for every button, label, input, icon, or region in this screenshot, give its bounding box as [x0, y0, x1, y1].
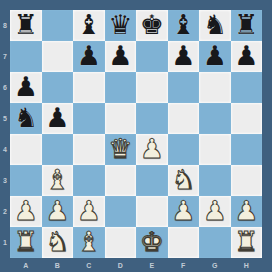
square-h6[interactable]	[231, 72, 263, 103]
square-d8[interactable]: ♛	[105, 10, 137, 41]
square-a1[interactable]: ♜	[10, 227, 42, 258]
square-f1[interactable]	[168, 227, 200, 258]
square-c8[interactable]: ♝	[73, 10, 105, 41]
square-e5[interactable]	[136, 103, 168, 134]
square-b6[interactable]	[42, 72, 74, 103]
square-f6[interactable]	[168, 72, 200, 103]
square-h7[interactable]: ♟	[231, 41, 263, 72]
square-d3[interactable]	[105, 165, 137, 196]
square-c4[interactable]	[73, 134, 105, 165]
white-rook[interactable]: ♜	[14, 226, 38, 257]
white-knight[interactable]: ♞	[45, 226, 69, 257]
square-h5[interactable]	[231, 103, 263, 134]
square-f2[interactable]: ♟	[168, 196, 200, 227]
black-rook[interactable]: ♜	[234, 9, 258, 40]
square-g2[interactable]: ♟	[199, 196, 231, 227]
square-h4[interactable]	[231, 134, 263, 165]
file-label-c: C	[73, 258, 105, 272]
black-pawn[interactable]: ♟	[14, 71, 38, 102]
rank-label-6: 6	[0, 72, 10, 103]
square-a2[interactable]: ♟	[10, 196, 42, 227]
file-label-f: F	[168, 258, 200, 272]
square-h2[interactable]: ♟	[231, 196, 263, 227]
rank-label-7: 7	[0, 41, 10, 72]
white-queen[interactable]: ♛	[108, 133, 132, 164]
square-c5[interactable]	[73, 103, 105, 134]
square-e4[interactable]: ♟	[136, 134, 168, 165]
black-pawn[interactable]: ♟	[171, 40, 195, 71]
square-e1[interactable]: ♚	[136, 227, 168, 258]
white-pawn[interactable]: ♟	[203, 195, 227, 226]
square-f3[interactable]: ♞	[168, 165, 200, 196]
rank-label-8: 8	[0, 10, 10, 41]
square-f4[interactable]	[168, 134, 200, 165]
square-f8[interactable]: ♝	[168, 10, 200, 41]
square-a7[interactable]	[10, 41, 42, 72]
square-b1[interactable]: ♞	[42, 227, 74, 258]
file-label-d: D	[105, 258, 137, 272]
square-h3[interactable]	[231, 165, 263, 196]
square-g1[interactable]	[199, 227, 231, 258]
square-c3[interactable]	[73, 165, 105, 196]
black-pawn[interactable]: ♟	[108, 40, 132, 71]
white-pawn[interactable]: ♟	[77, 195, 101, 226]
square-g4[interactable]	[199, 134, 231, 165]
white-bishop[interactable]: ♝	[77, 226, 101, 257]
square-e8[interactable]: ♚	[136, 10, 168, 41]
file-label-g: G	[199, 258, 231, 272]
file-label-e: E	[136, 258, 168, 272]
square-b7[interactable]	[42, 41, 74, 72]
white-pawn[interactable]: ♟	[234, 195, 258, 226]
square-d2[interactable]	[105, 196, 137, 227]
white-pawn[interactable]: ♟	[171, 195, 195, 226]
black-bishop[interactable]: ♝	[77, 9, 101, 40]
black-pawn[interactable]: ♟	[77, 40, 101, 71]
black-knight[interactable]: ♞	[203, 9, 227, 40]
square-d4[interactable]: ♛	[105, 134, 137, 165]
square-h8[interactable]: ♜	[231, 10, 263, 41]
black-knight[interactable]: ♞	[14, 102, 38, 133]
square-b5[interactable]: ♟	[42, 103, 74, 134]
square-c7[interactable]: ♟	[73, 41, 105, 72]
square-f5[interactable]	[168, 103, 200, 134]
square-e2[interactable]	[136, 196, 168, 227]
white-pawn[interactable]: ♟	[14, 195, 38, 226]
square-d1[interactable]	[105, 227, 137, 258]
white-pawn[interactable]: ♟	[45, 195, 69, 226]
rank-label-4: 4	[0, 134, 10, 165]
black-bishop[interactable]: ♝	[171, 9, 195, 40]
square-g7[interactable]: ♟	[199, 41, 231, 72]
white-rook[interactable]: ♜	[234, 226, 258, 257]
square-e3[interactable]	[136, 165, 168, 196]
square-a8[interactable]: ♜	[10, 10, 42, 41]
square-a3[interactable]	[10, 165, 42, 196]
black-rook[interactable]: ♜	[14, 9, 38, 40]
square-g3[interactable]	[199, 165, 231, 196]
black-pawn[interactable]: ♟	[234, 40, 258, 71]
square-e6[interactable]	[136, 72, 168, 103]
square-b2[interactable]: ♟	[42, 196, 74, 227]
file-label-a: A	[10, 258, 42, 272]
square-d5[interactable]	[105, 103, 137, 134]
rank-label-5: 5	[0, 103, 10, 134]
square-g5[interactable]	[199, 103, 231, 134]
white-knight[interactable]: ♞	[171, 164, 195, 195]
rank-label-3: 3	[0, 165, 10, 196]
chess-board: ♜♝♛♚♝♞♜♟♟♟♟♟♟♞♟♛♟♝♞♟♟♟♟♟♟♜♞♝♚♜	[10, 10, 262, 258]
square-d7[interactable]: ♟	[105, 41, 137, 72]
file-label-h: H	[231, 258, 263, 272]
chess-board-panel: ♜♝♛♚♝♞♜♟♟♟♟♟♟♞♟♛♟♝♞♟♟♟♟♟♟♜♞♝♚♜ 87654321 …	[0, 0, 272, 272]
square-c1[interactable]: ♝	[73, 227, 105, 258]
square-e7[interactable]	[136, 41, 168, 72]
rank-label-1: 1	[0, 227, 10, 258]
square-b8[interactable]	[42, 10, 74, 41]
black-pawn[interactable]: ♟	[203, 40, 227, 71]
white-king[interactable]: ♚	[140, 226, 164, 257]
black-pawn[interactable]: ♟	[45, 102, 69, 133]
square-c6[interactable]	[73, 72, 105, 103]
white-pawn[interactable]: ♟	[140, 133, 164, 164]
square-c2[interactable]: ♟	[73, 196, 105, 227]
rank-label-2: 2	[0, 196, 10, 227]
black-king[interactable]: ♚	[140, 9, 164, 40]
square-g6[interactable]	[199, 72, 231, 103]
square-a4[interactable]	[10, 134, 42, 165]
square-h1[interactable]: ♜	[231, 227, 263, 258]
square-g8[interactable]: ♞	[199, 10, 231, 41]
square-b4[interactable]	[42, 134, 74, 165]
white-bishop[interactable]: ♝	[45, 164, 69, 195]
black-queen[interactable]: ♛	[108, 9, 132, 40]
square-d6[interactable]	[105, 72, 137, 103]
square-f7[interactable]: ♟	[168, 41, 200, 72]
square-a5[interactable]: ♞	[10, 103, 42, 134]
file-label-b: B	[42, 258, 74, 272]
square-b3[interactable]: ♝	[42, 165, 74, 196]
square-a6[interactable]: ♟	[10, 72, 42, 103]
